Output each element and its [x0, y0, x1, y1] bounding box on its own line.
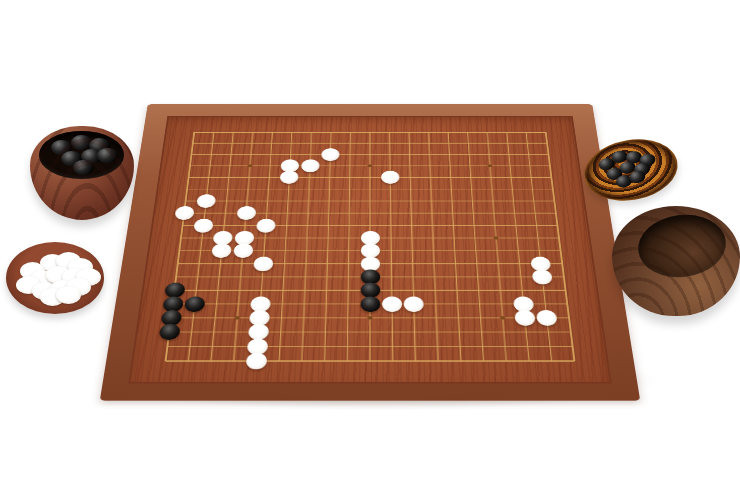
star-point	[488, 164, 493, 167]
black-stone-in-bowl	[81, 149, 102, 164]
star-point	[500, 316, 505, 319]
star-point	[368, 164, 373, 167]
white-stone	[404, 296, 424, 311]
black-stone-in-bowl	[97, 148, 118, 163]
product-photo-go-set: { "game": "go", "board_size": 19, "color…	[0, 0, 740, 491]
star-point	[248, 164, 253, 167]
white-stone	[381, 171, 399, 184]
white-stone	[321, 148, 339, 161]
white-stone-in-dish	[56, 286, 81, 304]
white-stone	[382, 296, 402, 311]
empty-wooden-bowl	[612, 206, 740, 316]
star-point	[367, 316, 372, 319]
black-stone-in-bowl	[61, 151, 82, 166]
star-point	[235, 316, 240, 319]
white-stone-dish	[6, 242, 104, 314]
star-point	[493, 237, 498, 240]
go-board	[100, 104, 640, 400]
black-stone-in-bowl	[73, 160, 94, 175]
black-stone-on-lid	[628, 170, 646, 185]
white-stone	[301, 159, 320, 172]
go-board-scene	[99, 0, 641, 491]
go-grid	[159, 129, 581, 364]
black-stone	[360, 296, 380, 311]
black-stone-bowl-opening	[39, 131, 124, 179]
board-surface	[128, 116, 612, 383]
black-stone-in-bowl	[51, 140, 72, 155]
black-stone-in-bowl	[89, 138, 110, 153]
white-stone	[246, 353, 268, 369]
black-stone-in-bowl	[71, 135, 92, 150]
empty-bowl-opening	[635, 210, 730, 282]
